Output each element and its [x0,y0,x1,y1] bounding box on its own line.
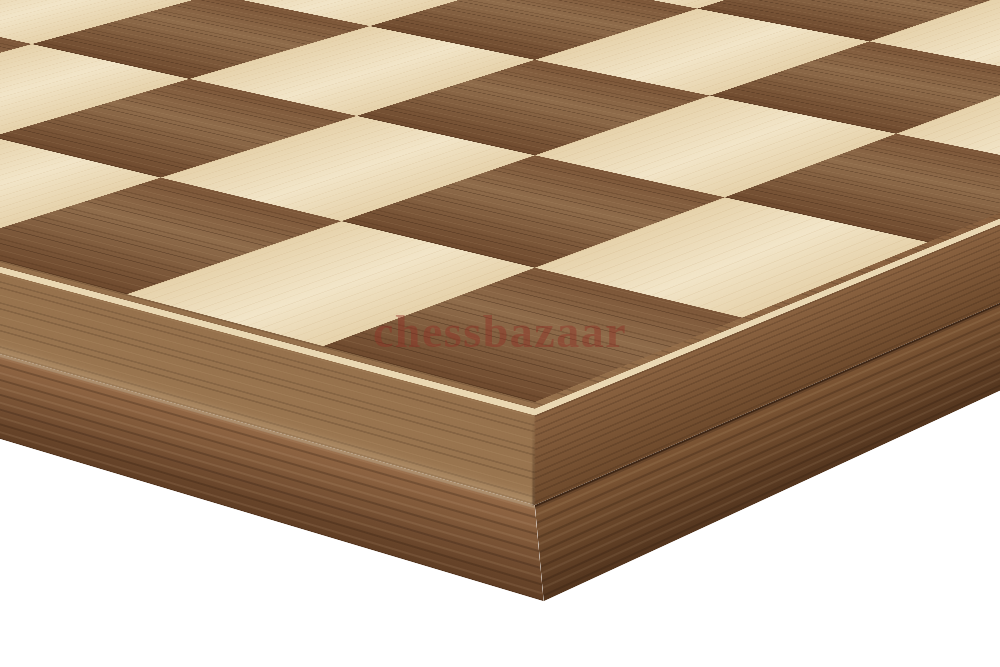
square-light [535,197,928,317]
product-photo: chessbazaar [0,0,1000,667]
miter-joint [532,415,535,505]
chessboard [0,0,1000,505]
square-dark [323,268,742,402]
playing-field [0,0,1000,402]
square-light [127,221,535,346]
